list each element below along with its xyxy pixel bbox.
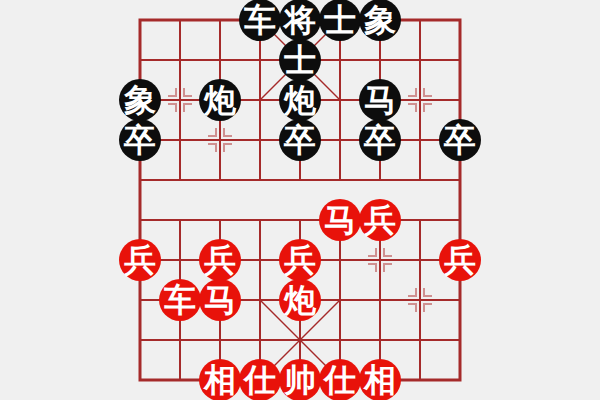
xiangqi-board: 车将士象士象炮炮马卒卒卒卒马兵兵兵兵兵车马炮相仕帅仕相 (0, 0, 600, 400)
piece-black-soldier[interactable]: 卒 (439, 119, 481, 161)
piece-black-soldier[interactable]: 卒 (279, 119, 321, 161)
piece-black-advisor[interactable]: 士 (319, 0, 361, 41)
piece-black-cannon[interactable]: 炮 (199, 79, 241, 121)
piece-black-general[interactable]: 将 (279, 0, 321, 41)
piece-red-cannon[interactable]: 炮 (279, 279, 321, 321)
piece-black-soldier[interactable]: 卒 (119, 119, 161, 161)
piece-black-horse[interactable]: 马 (359, 79, 401, 121)
piece-black-soldier[interactable]: 卒 (359, 119, 401, 161)
piece-black-advisor[interactable]: 士 (279, 39, 321, 81)
piece-black-cannon[interactable]: 炮 (279, 79, 321, 121)
piece-red-soldier[interactable]: 兵 (119, 239, 161, 281)
piece-red-elephant[interactable]: 相 (359, 359, 401, 400)
pieces-grid: 车将士象士象炮炮马卒卒卒卒马兵兵兵兵兵车马炮相仕帅仕相 (120, 0, 480, 400)
piece-black-elephant[interactable]: 象 (359, 0, 401, 41)
piece-black-elephant[interactable]: 象 (119, 79, 161, 121)
piece-black-chariot[interactable]: 车 (239, 0, 281, 41)
piece-red-soldier[interactable]: 兵 (199, 239, 241, 281)
piece-red-advisor[interactable]: 仕 (239, 359, 281, 400)
piece-red-horse[interactable]: 马 (319, 199, 361, 241)
piece-red-horse[interactable]: 马 (199, 279, 241, 321)
piece-red-soldier[interactable]: 兵 (439, 239, 481, 281)
piece-red-general[interactable]: 帅 (279, 359, 321, 400)
piece-red-advisor[interactable]: 仕 (319, 359, 361, 400)
piece-red-soldier[interactable]: 兵 (359, 199, 401, 241)
piece-red-soldier[interactable]: 兵 (279, 239, 321, 281)
piece-red-chariot[interactable]: 车 (159, 279, 201, 321)
piece-red-elephant[interactable]: 相 (199, 359, 241, 400)
